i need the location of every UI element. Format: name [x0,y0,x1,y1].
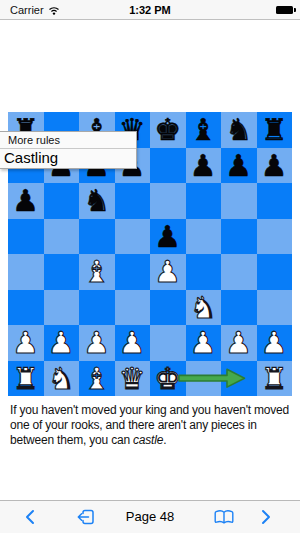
piece-white-knight[interactable]: ♞ [190,290,217,326]
piece-black-bishop[interactable]: ♝ [190,112,217,148]
piece-white-queen[interactable]: ♛ [119,361,146,397]
square-g7[interactable]: ♟ [221,148,257,184]
square-b6[interactable] [44,183,80,219]
square-b1[interactable]: ♞ [44,361,80,397]
square-e8[interactable]: ♚ [150,112,186,148]
piece-white-pawn[interactable]: ♟ [261,325,288,361]
piece-white-king[interactable]: ♚ [154,361,181,397]
square-f4[interactable] [186,254,222,290]
square-h1[interactable]: ♜ [257,361,293,397]
piece-white-knight[interactable]: ♞ [48,361,75,397]
square-a6[interactable]: ♟ [8,183,44,219]
piece-black-pawn[interactable]: ♟ [261,148,288,184]
piece-black-rook[interactable]: ♜ [261,112,288,148]
open-book-icon [212,508,236,526]
piece-black-knight[interactable]: ♞ [83,183,110,219]
piece-white-pawn[interactable]: ♟ [83,325,110,361]
square-h4[interactable] [257,254,293,290]
square-c3[interactable] [79,290,115,326]
chevron-right-icon [261,509,272,525]
square-c1[interactable]: ♝ [79,361,115,397]
square-d5[interactable] [115,219,151,255]
square-a2[interactable]: ♟ [8,325,44,361]
square-g2[interactable]: ♟ [221,325,257,361]
contents-button[interactable] [209,501,239,533]
piece-white-pawn[interactable]: ♟ [154,254,181,290]
status-bar: Carrier 1:32 PM [0,0,300,20]
square-f5[interactable] [186,219,222,255]
square-g8[interactable]: ♞ [221,112,257,148]
square-e6[interactable] [150,183,186,219]
square-d1[interactable]: ♛ [115,361,151,397]
square-g1[interactable] [221,361,257,397]
piece-black-pawn[interactable]: ♟ [190,148,217,184]
clock: 1:32 PM [0,0,300,20]
app-screen: Carrier 1:32 PM ♜♝♛♚♝♞♜♟♟♟♟♟♟♟♞♟♝♟♞♟♟♟♟♟… [0,0,300,533]
piece-black-pawn[interactable]: ♟ [12,183,39,219]
caption-line-2: one of your rooks, and there aren't any … [10,418,294,433]
piece-black-king[interactable]: ♚ [154,112,181,148]
menu-item-castling[interactable]: Castling [0,149,136,168]
piece-white-rook[interactable]: ♜ [261,361,288,397]
next-page-button[interactable] [255,501,277,533]
square-h7[interactable]: ♟ [257,148,293,184]
square-a5[interactable] [8,219,44,255]
square-b4[interactable] [44,254,80,290]
square-b2[interactable]: ♟ [44,325,80,361]
square-h2[interactable]: ♟ [257,325,293,361]
square-g4[interactable] [221,254,257,290]
piece-white-pawn[interactable]: ♟ [48,325,75,361]
piece-white-pawn[interactable]: ♟ [225,325,252,361]
caption-italic-word: castle [133,433,163,447]
square-f3[interactable]: ♞ [186,290,222,326]
piece-white-rook[interactable]: ♜ [12,361,39,397]
square-c5[interactable] [79,219,115,255]
square-e3[interactable] [150,290,186,326]
piece-white-bishop[interactable]: ♝ [83,361,110,397]
lesson-caption: If you haven't moved your king and you h… [10,403,294,448]
square-c2[interactable]: ♟ [79,325,115,361]
piece-black-pawn[interactable]: ♟ [225,148,252,184]
square-f8[interactable]: ♝ [186,112,222,148]
square-d3[interactable] [115,290,151,326]
rules-menu-popup: More rules Castling [0,131,137,169]
square-e4[interactable]: ♟ [150,254,186,290]
square-e2[interactable] [150,325,186,361]
piece-white-pawn[interactable]: ♟ [12,325,39,361]
piece-black-knight[interactable]: ♞ [225,112,252,148]
square-g5[interactable] [221,219,257,255]
square-c6[interactable]: ♞ [79,183,115,219]
square-a4[interactable] [8,254,44,290]
square-f7[interactable]: ♟ [186,148,222,184]
square-f6[interactable] [186,183,222,219]
battery-full-icon [276,6,293,14]
square-d6[interactable] [115,183,151,219]
piece-white-bishop[interactable]: ♝ [83,254,110,290]
caption-line-1: If you haven't moved your king and you h… [10,403,294,418]
square-h8[interactable]: ♜ [257,112,293,148]
square-g6[interactable] [221,183,257,219]
caption-line-3: between them, you can castle. [10,433,294,448]
pager-toolbar: Page 48 [0,500,300,533]
piece-black-pawn[interactable]: ♟ [154,219,181,255]
square-e7[interactable] [150,148,186,184]
square-f1[interactable] [186,361,222,397]
square-f2[interactable]: ♟ [186,325,222,361]
square-e5[interactable]: ♟ [150,219,186,255]
square-b3[interactable] [44,290,80,326]
square-b5[interactable] [44,219,80,255]
square-a1[interactable]: ♜ [8,361,44,397]
square-g3[interactable] [221,290,257,326]
piece-white-pawn[interactable]: ♟ [119,325,146,361]
menu-header-more-rules[interactable]: More rules [0,132,136,148]
square-c4[interactable]: ♝ [79,254,115,290]
square-d2[interactable]: ♟ [115,325,151,361]
square-h5[interactable] [257,219,293,255]
square-d4[interactable] [115,254,151,290]
square-h6[interactable] [257,183,293,219]
square-a3[interactable] [8,290,44,326]
piece-white-pawn[interactable]: ♟ [190,325,217,361]
square-h3[interactable] [257,290,293,326]
square-e1[interactable]: ♚ [150,361,186,397]
